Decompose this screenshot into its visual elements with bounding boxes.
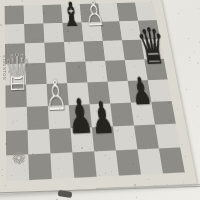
black-queen-h6[interactable]: ♛ [134, 22, 170, 73]
black-pawn-e3[interactable]: ♟ [89, 96, 116, 141]
board-edge-text: STAUNTON [1, 55, 7, 93]
white-pawn-e8[interactable]: ♙ [83, 0, 107, 32]
black-pawn-g4[interactable]: ♟ [129, 72, 154, 110]
board-stamp-icon: ❁ [6, 145, 31, 172]
black-bishop-d8[interactable]: ♝ [60, 0, 82, 31]
white-queen-a5[interactable]: ♕ [3, 47, 32, 100]
white-pawn-c4[interactable]: ♙ [44, 74, 69, 117]
